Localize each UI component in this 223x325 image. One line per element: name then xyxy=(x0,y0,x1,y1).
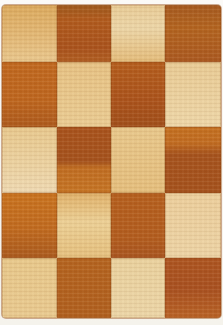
rug-square-r1c1-tan xyxy=(2,5,57,62)
photo-caption: Overhead photo of a hand-woven wool rug … xyxy=(0,0,1,1)
rug-square-r4c3-rust xyxy=(111,193,165,258)
rug-square-r5c4-rust xyxy=(165,258,221,318)
rug-square-r5c2-rust xyxy=(57,258,111,318)
rug-square-r4c2-tan xyxy=(57,193,111,258)
rug-square-r1c2-rust xyxy=(57,5,111,62)
rug-square-r3c2-rust xyxy=(57,127,111,193)
rug-grid xyxy=(2,5,221,318)
rug-square-r3c4-rust xyxy=(165,127,221,193)
rug-square-r2c4-tan xyxy=(165,62,221,127)
rug-square-r4c4-tan xyxy=(165,193,221,258)
rug-square-r2c2-tan xyxy=(57,62,111,127)
rug-square-r1c3-tan xyxy=(111,5,165,62)
rug-square-r2c3-rust xyxy=(111,62,165,127)
rug-photo: Overhead photo of a hand-woven wool rug … xyxy=(0,0,223,325)
rug-square-r5c3-tan xyxy=(111,258,165,318)
rug-square-r1c4-rust xyxy=(165,5,221,62)
rug-square-r3c1-tan xyxy=(2,127,57,193)
rug-square-r5c1-tan xyxy=(2,258,57,318)
rug-square-r2c1-rust xyxy=(2,62,57,127)
checkerboard-rug xyxy=(2,5,221,318)
rug-square-r3c3-tan xyxy=(111,127,165,193)
rug-square-r4c1-rust xyxy=(2,193,57,258)
